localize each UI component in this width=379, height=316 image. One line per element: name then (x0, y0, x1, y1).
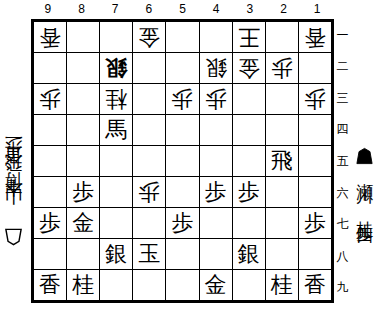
square-5-4[interactable] (166, 115, 198, 145)
file-label-9: 9 (31, 1, 65, 17)
square-9-7[interactable]: 歩 (34, 208, 66, 238)
square-8-1[interactable] (67, 22, 99, 52)
square-7-4[interactable]: 馬 (100, 115, 132, 145)
square-2-3[interactable] (266, 84, 298, 114)
piece-gote-香: 香 (39, 26, 61, 48)
square-1-3[interactable]: 歩 (299, 84, 331, 114)
piece-sente-馬: 馬 (105, 119, 127, 141)
square-6-6[interactable]: 歩 (133, 177, 165, 207)
gote-marker-icon (5, 228, 23, 246)
piece-sente-歩: 歩 (238, 181, 260, 203)
square-1-6[interactable] (299, 177, 331, 207)
rank-label-7: 七 (334, 208, 351, 240)
square-2-4[interactable] (266, 115, 298, 145)
square-2-8[interactable] (266, 239, 298, 269)
rank-label-5: 五 (334, 145, 351, 177)
piece-gote-桂: 桂 (105, 88, 127, 110)
square-4-8[interactable] (200, 239, 232, 269)
piece-gote-王: 王 (238, 26, 260, 48)
rank-label-2: 二 (334, 51, 351, 83)
square-3-7[interactable] (233, 208, 265, 238)
square-3-4[interactable] (233, 115, 265, 145)
square-3-1[interactable]: 王 (233, 22, 265, 52)
piece-sente-銀: 銀 (238, 243, 260, 265)
piece-gote-銀-promoted: 銀 (105, 57, 127, 79)
square-8-9[interactable]: 桂 (67, 270, 99, 300)
piece-gote-歩: 歩 (205, 88, 227, 110)
square-3-2[interactable]: 金 (233, 53, 265, 83)
square-6-4[interactable] (133, 115, 165, 145)
file-label-8: 8 (65, 1, 99, 17)
square-1-8[interactable] (299, 239, 331, 269)
piece-sente-歩: 歩 (39, 212, 61, 234)
rank-label-8: 八 (334, 240, 351, 272)
file-label-6: 6 (132, 1, 166, 17)
square-5-7[interactable]: 歩 (166, 208, 198, 238)
square-7-7[interactable] (100, 208, 132, 238)
square-3-5[interactable] (233, 146, 265, 176)
square-5-2[interactable] (166, 53, 198, 83)
piece-gote-銀: 銀 (205, 57, 227, 79)
sente-hand: 桂歩四 (356, 207, 373, 219)
square-6-3[interactable] (133, 84, 165, 114)
shogi-diagram: 987654321 一二三四五六七八九 香金王香銀銀金歩歩桂歩歩歩馬飛歩歩歩歩歩… (0, 0, 379, 316)
piece-sente-歩: 歩 (171, 212, 193, 234)
square-9-5[interactable] (34, 146, 66, 176)
square-8-8[interactable] (67, 239, 99, 269)
square-4-9[interactable]: 金 (200, 270, 232, 300)
square-9-6[interactable] (34, 177, 66, 207)
file-label-7: 7 (98, 1, 132, 17)
square-4-3[interactable]: 歩 (200, 84, 232, 114)
piece-sente-歩: 歩 (72, 181, 94, 203)
piece-gote-金: 金 (238, 57, 260, 79)
square-5-1[interactable] (166, 22, 198, 52)
piece-sente-金: 金 (72, 212, 94, 234)
square-7-3[interactable]: 桂 (100, 84, 132, 114)
square-1-7[interactable]: 歩 (299, 208, 331, 238)
piece-sente-香: 香 (39, 274, 61, 296)
square-4-1[interactable] (200, 22, 232, 52)
square-9-2[interactable] (34, 53, 66, 83)
gote-name: 山本博 (5, 196, 23, 220)
rank-label-3: 三 (334, 82, 351, 114)
rank-label-6: 六 (334, 177, 351, 209)
square-9-9[interactable]: 香 (34, 270, 66, 300)
square-6-5[interactable] (133, 146, 165, 176)
square-9-3[interactable]: 歩 (34, 84, 66, 114)
square-4-7[interactable] (200, 208, 232, 238)
square-4-5[interactable] (200, 146, 232, 176)
square-9-8[interactable] (34, 239, 66, 269)
piece-sente-歩: 歩 (205, 181, 227, 203)
square-6-8[interactable]: 玉 (133, 239, 165, 269)
piece-gote-歩: 歩 (138, 181, 160, 203)
file-label-2: 2 (267, 1, 301, 17)
square-3-3[interactable] (233, 84, 265, 114)
piece-gote-歩: 歩 (171, 88, 193, 110)
square-3-9[interactable] (233, 270, 265, 300)
piece-sente-香: 香 (304, 274, 326, 296)
square-2-2[interactable]: 歩 (266, 53, 298, 83)
square-8-3[interactable] (67, 84, 99, 114)
square-1-5[interactable] (299, 146, 331, 176)
square-2-9[interactable]: 桂 (266, 270, 298, 300)
rank-label-1: 一 (334, 19, 351, 51)
square-7-9[interactable] (100, 270, 132, 300)
rank-label-9: 九 (334, 271, 351, 303)
file-label-5: 5 (166, 1, 200, 17)
piece-gote-歩: 歩 (304, 88, 326, 110)
square-7-5[interactable] (100, 146, 132, 176)
piece-gote-香: 香 (304, 26, 326, 48)
square-5-6[interactable] (166, 177, 198, 207)
piece-sente-銀: 銀 (105, 243, 127, 265)
piece-sente-桂: 桂 (271, 274, 293, 296)
square-3-6[interactable]: 歩 (233, 177, 265, 207)
piece-sente-金: 金 (205, 274, 227, 296)
square-2-6[interactable] (266, 177, 298, 207)
square-2-5[interactable]: 飛 (266, 146, 298, 176)
piece-sente-桂: 桂 (72, 274, 94, 296)
piece-sente-玉: 玉 (138, 243, 160, 265)
piece-gote-歩: 歩 (39, 88, 61, 110)
square-6-7[interactable] (133, 208, 165, 238)
square-6-2[interactable] (133, 53, 165, 83)
square-8-6[interactable]: 歩 (67, 177, 99, 207)
file-label-3: 3 (233, 1, 267, 17)
square-8-2[interactable] (67, 53, 99, 83)
square-5-8[interactable] (166, 239, 198, 269)
square-5-9[interactable] (166, 270, 198, 300)
file-label-1: 1 (300, 1, 334, 17)
square-7-2[interactable]: 銀 (100, 53, 132, 83)
square-7-6[interactable] (100, 177, 132, 207)
square-7-1[interactable] (100, 22, 132, 52)
piece-sente-飛: 飛 (271, 150, 293, 172)
square-8-7[interactable]: 金 (67, 208, 99, 238)
square-1-4[interactable] (299, 115, 331, 145)
piece-sente-歩: 歩 (304, 212, 326, 234)
square-5-3[interactable]: 歩 (166, 84, 198, 114)
square-2-1[interactable] (266, 22, 298, 52)
square-9-4[interactable] (34, 115, 66, 145)
sente-caption: 瀬川 桂歩四 (352, 147, 377, 219)
square-8-4[interactable] (67, 115, 99, 145)
square-4-2[interactable]: 銀 (200, 53, 232, 83)
square-4-6[interactable]: 歩 (200, 177, 232, 207)
square-4-4[interactable] (200, 115, 232, 145)
gote-hand: 飛角歩二 (5, 154, 23, 186)
piece-gote-金: 金 (138, 26, 160, 48)
square-6-9[interactable] (133, 270, 165, 300)
square-8-5[interactable] (67, 146, 99, 176)
square-1-2[interactable] (299, 53, 331, 83)
sente-marker-icon (356, 147, 374, 165)
square-5-5[interactable] (166, 146, 198, 176)
square-6-1[interactable]: 金 (133, 22, 165, 52)
square-7-8[interactable]: 銀 (100, 239, 132, 269)
piece-gote-歩: 歩 (271, 57, 293, 79)
file-labels: 987654321 (31, 1, 334, 17)
sente-name: 瀬川 (356, 170, 373, 178)
file-label-4: 4 (199, 1, 233, 17)
square-9-1[interactable]: 香 (34, 22, 66, 52)
rank-label-4: 四 (334, 114, 351, 146)
square-1-1[interactable]: 香 (299, 22, 331, 52)
board-grid: 香金王香銀銀金歩歩桂歩歩歩馬飛歩歩歩歩歩金歩歩銀玉銀香桂金桂香 (31, 19, 334, 303)
gote-caption: 山本博 飛角歩二 (1, 10, 26, 246)
square-2-7[interactable] (266, 208, 298, 238)
square-3-8[interactable]: 銀 (233, 239, 265, 269)
square-1-9[interactable]: 香 (299, 270, 331, 300)
rank-labels: 一二三四五六七八九 (334, 19, 351, 303)
